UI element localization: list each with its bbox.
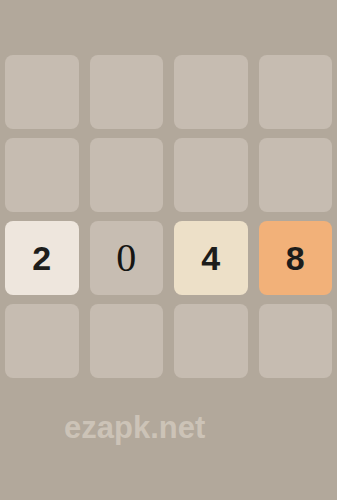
empty-cell (174, 304, 248, 378)
tile-4-value: 4 (201, 241, 220, 275)
tile-0: 0 (90, 221, 164, 295)
tile-0-value: 0 (116, 238, 136, 278)
empty-cell (259, 55, 333, 129)
watermark-text: ezapk.net (64, 412, 205, 444)
board-2048[interactable]: 2 0 4 8 (5, 55, 332, 378)
empty-cell (90, 55, 164, 129)
empty-cell (174, 55, 248, 129)
empty-cell (174, 138, 248, 212)
tile-2-value: 2 (32, 241, 51, 275)
tile-4: 4 (174, 221, 248, 295)
empty-cell (259, 138, 333, 212)
empty-cell (90, 304, 164, 378)
game-screen: 2 0 4 8 ezapk.net (0, 0, 337, 500)
tile-8: 8 (259, 221, 333, 295)
empty-cell (5, 55, 79, 129)
empty-cell (5, 304, 79, 378)
empty-cell (5, 138, 79, 212)
empty-cell (90, 138, 164, 212)
tile-2: 2 (5, 221, 79, 295)
tile-8-value: 8 (286, 241, 305, 275)
empty-cell (259, 304, 333, 378)
